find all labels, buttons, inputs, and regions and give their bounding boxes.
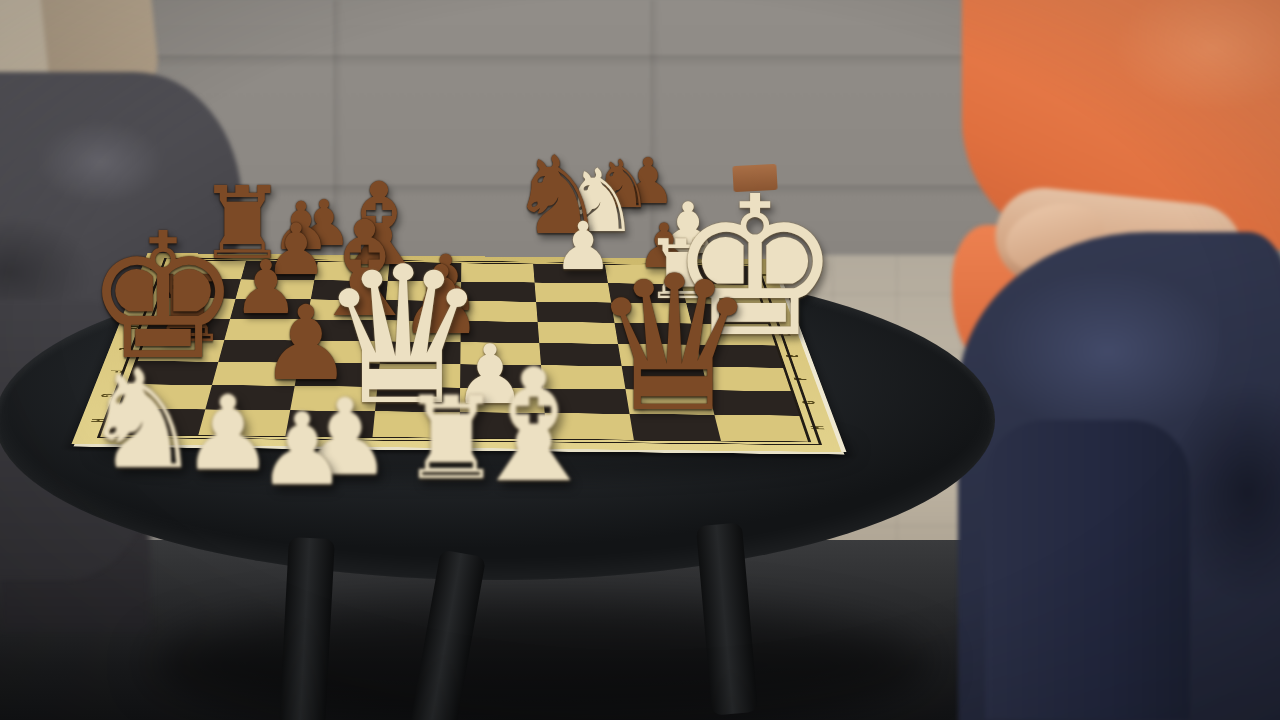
right-player-shin — [985, 420, 1190, 720]
table-leg — [279, 537, 335, 720]
piece-white-bishop-off-near[interactable]: ♝ — [464, 348, 604, 504]
piece-black-queen-h2[interactable]: ♛ — [590, 251, 758, 438]
photo-scene: ABCDEFGH ABCDEFGH ♜♟♟♟♝♝♟♟♟♟♟♛♜♚♟♟♜♚♛♟♞♞… — [0, 0, 1280, 720]
piece-white-pawn-off-near[interactable]: ♟ — [257, 400, 347, 500]
table-shadow — [150, 600, 930, 720]
